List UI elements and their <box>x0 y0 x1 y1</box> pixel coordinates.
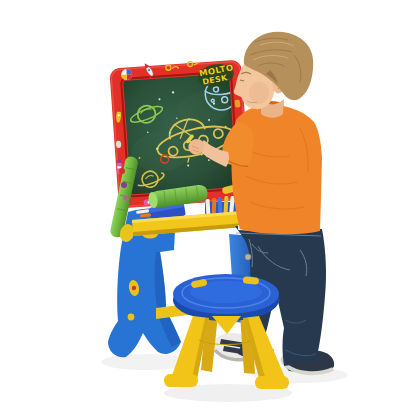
scene-canvas: MOLTO DESK <box>0 0 420 420</box>
leg-dot <box>128 314 135 321</box>
orange-sticker <box>235 100 241 108</box>
arm-red-dot <box>119 168 125 174</box>
arm-purple-dot <box>121 182 127 188</box>
stool <box>164 274 289 389</box>
arm-pink-dot <box>123 195 128 200</box>
chalkboard <box>123 73 237 194</box>
product-photo: MOLTO DESK <box>0 0 420 420</box>
jeans-button <box>245 254 251 260</box>
